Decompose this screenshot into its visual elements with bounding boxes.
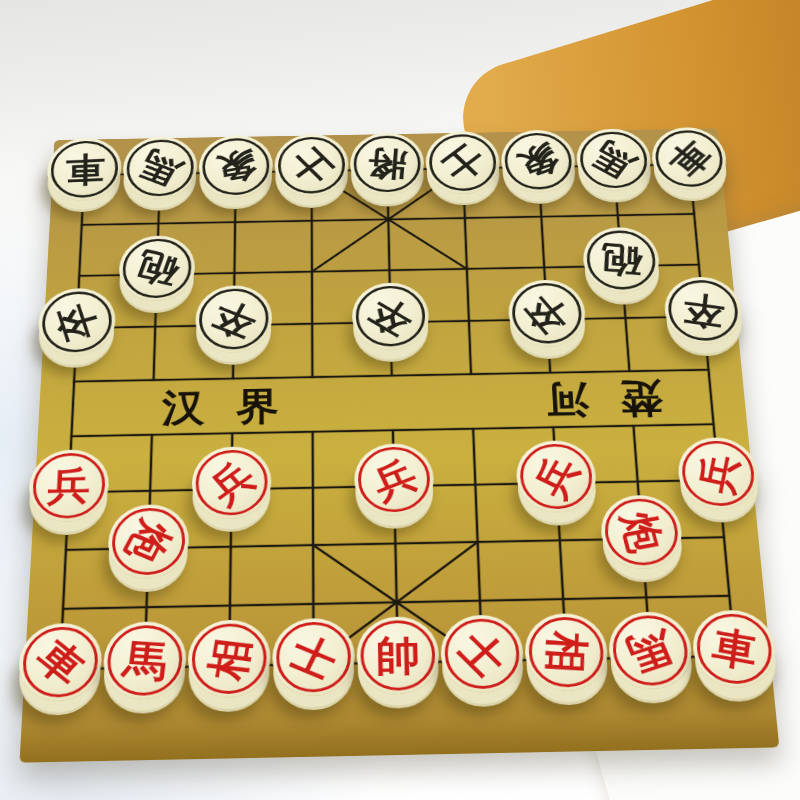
piece-red-soldier[interactable]: 兵 [191, 446, 271, 519]
piece-black-cannon[interactable]: 砲 [118, 235, 196, 302]
piece-ring: 車 [694, 613, 775, 684]
piece-character: 卒 [52, 299, 103, 345]
piece-character: 卒 [206, 295, 261, 342]
piece-character: 相 [204, 636, 254, 682]
piece-character: 兵 [47, 466, 91, 505]
piece-ring: 馬 [611, 615, 691, 686]
piece-character: 兵 [366, 454, 422, 505]
piece-black-soldier[interactable]: 卒 [507, 279, 587, 347]
piece-red-soldier[interactable]: 兵 [27, 449, 110, 523]
piece-ring: 炮 [111, 507, 186, 575]
piece-character: 象 [213, 147, 259, 186]
piece-ring: 兵 [195, 449, 268, 515]
piece-red-advisor[interactable]: 士 [440, 614, 525, 693]
piece-red-elephant[interactable]: 相 [523, 613, 610, 692]
piece-black-soldier[interactable]: 卒 [662, 276, 744, 344]
piece-character: 車 [710, 624, 759, 672]
piece-character: 象 [512, 139, 564, 183]
piece-character: 兵 [693, 450, 742, 496]
piece-black-soldier[interactable]: 卒 [37, 288, 117, 356]
piece-ring: 相 [191, 623, 266, 695]
piece-character: 馬 [134, 146, 187, 190]
piece-ring: 兵 [358, 446, 431, 512]
piece-black-elephant[interactable]: 象 [500, 130, 577, 194]
piece-ring: 相 [527, 616, 605, 687]
piece-character: 馬 [622, 624, 679, 677]
piece-character: 相 [543, 630, 589, 674]
piece-character: 車 [64, 152, 104, 187]
piece-ring: 馬 [106, 625, 183, 697]
piece-black-cannon[interactable]: 砲 [581, 227, 661, 294]
piece-ring: 卒 [199, 288, 269, 350]
piece-black-horse[interactable]: 馬 [122, 136, 198, 200]
piece-character: 士 [435, 139, 491, 186]
piece-ring: 砲 [122, 238, 192, 298]
piece-ring: 象 [503, 132, 573, 190]
piece-character: 士 [284, 142, 340, 189]
piece-black-advisor[interactable]: 士 [274, 133, 348, 197]
piece-ring: 馬 [578, 131, 649, 188]
piece-character: 卒 [362, 291, 419, 341]
piece-character: 馬 [120, 638, 169, 682]
piece-ring: 炮 [603, 498, 680, 566]
piece-character: 卒 [518, 288, 575, 338]
piece-ring: 卒 [41, 291, 113, 353]
piece-character: 車 [661, 135, 717, 182]
piece-ring: 兵 [680, 440, 757, 506]
piece-character: 炮 [615, 509, 667, 555]
piece-character: 士 [451, 624, 513, 683]
piece-character: 卒 [681, 290, 726, 331]
piece-ring: 將 [353, 135, 421, 193]
piece-black-advisor[interactable]: 士 [425, 131, 501, 195]
piece-red-chariot[interactable]: 車 [17, 623, 103, 702]
piece-red-cannon[interactable]: 炮 [599, 495, 685, 570]
piece-ring: 象 [202, 138, 270, 196]
piece-character: 帥 [375, 634, 420, 676]
piece-red-soldier[interactable]: 兵 [515, 440, 598, 513]
piece-character: 兵 [528, 450, 585, 502]
piece-ring: 馬 [126, 139, 195, 197]
piece-character: 馬 [586, 137, 640, 183]
piece-character: 砲 [600, 241, 642, 279]
piece-black-chariot[interactable]: 車 [650, 127, 729, 191]
piece-ring: 卒 [511, 282, 584, 344]
piece-black-soldier[interactable]: 卒 [352, 282, 430, 350]
piece-black-soldier[interactable]: 卒 [195, 285, 272, 353]
piece-ring: 士 [428, 134, 497, 192]
piece-black-elephant[interactable]: 象 [198, 135, 273, 199]
piece-ring: 士 [278, 136, 345, 194]
piece-ring: 兵 [519, 443, 594, 509]
piece-red-soldier[interactable]: 兵 [676, 437, 762, 510]
piece-red-horse[interactable]: 馬 [607, 611, 695, 690]
piece-ring: 卒 [355, 285, 425, 347]
piece-ring: 卒 [666, 280, 741, 342]
pieces-layer: 車馬象士將士象馬車砲砲卒卒卒卒卒兵兵兵兵兵炮炮車馬相士帥士相馬車 [19, 128, 779, 762]
piece-ring: 兵 [31, 452, 106, 519]
piece-character: 兵 [202, 455, 262, 509]
piece-ring: 士 [444, 618, 521, 690]
piece-red-soldier[interactable]: 兵 [354, 443, 435, 516]
photo-stage: 汉界 楚河 Ø 車馬象士將士象馬車砲砲卒卒卒卒卒兵兵兵兵兵炮炮車馬相士帥士相馬車 [0, 0, 800, 800]
xiangqi-board-cloth[interactable]: 汉界 楚河 Ø 車馬象士將士象馬車砲砲卒卒卒卒卒兵兵兵兵兵炮炮車馬相士帥士相馬車 [19, 128, 779, 762]
piece-red-cannon[interactable]: 炮 [107, 504, 190, 579]
piece-ring: 士 [276, 621, 351, 693]
piece-red-general[interactable]: 帥 [356, 616, 440, 695]
piece-character: 士 [284, 630, 343, 685]
piece-ring: 帥 [360, 620, 436, 692]
piece-character: 將 [366, 146, 408, 182]
piece-ring: 砲 [585, 230, 658, 290]
piece-black-general[interactable]: 將 [350, 132, 425, 196]
piece-ring: 車 [653, 130, 725, 187]
piece-ring: 車 [49, 140, 119, 198]
board-scene: 汉界 楚河 Ø 車馬象士將士象馬車砲砲卒卒卒卒卒兵兵兵兵兵炮炮車馬相士帥士相馬車 [19, 128, 779, 762]
piece-character: 車 [29, 633, 92, 692]
piece-ring: 車 [21, 626, 99, 698]
piece-character: 炮 [120, 515, 178, 567]
piece-red-elephant[interactable]: 相 [187, 619, 270, 698]
piece-black-chariot[interactable]: 車 [46, 137, 123, 201]
piece-character: 砲 [132, 247, 183, 290]
piece-red-chariot[interactable]: 車 [690, 609, 779, 688]
piece-red-advisor[interactable]: 士 [272, 618, 355, 697]
piece-black-horse[interactable]: 馬 [575, 128, 653, 192]
piece-red-horse[interactable]: 馬 [102, 621, 187, 700]
